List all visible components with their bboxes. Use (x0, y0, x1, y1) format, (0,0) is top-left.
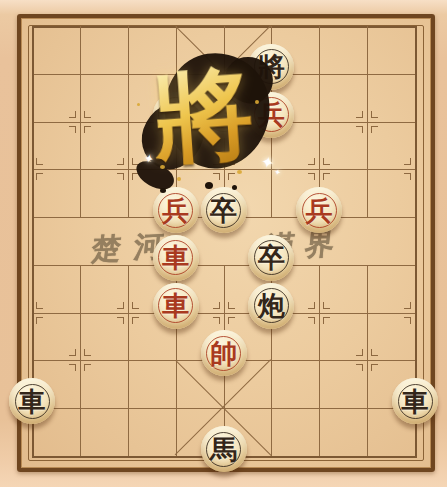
piece-glyph: 車 (19, 388, 46, 415)
board-grid[interactable] (32, 26, 415, 456)
piece-black-elephant[interactable]: 象 (201, 92, 247, 138)
piece-black-horse[interactable]: 馬 (153, 92, 199, 138)
piece-black-cannon[interactable]: 炮 (248, 283, 294, 329)
position-marker (308, 158, 330, 180)
piece-glyph: 馬 (210, 436, 237, 463)
piece-black-chariot[interactable]: 車 (392, 378, 438, 424)
piece-black-soldier[interactable]: 卒 (201, 187, 247, 233)
piece-black-chariot[interactable]: 車 (9, 378, 55, 424)
piece-glyph: 馬 (162, 101, 189, 128)
piece-black-soldier[interactable]: 卒 (248, 235, 294, 281)
position-marker (69, 349, 91, 371)
grid-line (128, 265, 129, 456)
piece-red-soldier[interactable]: 兵 (248, 92, 294, 138)
piece-glyph: 卒 (210, 197, 237, 224)
position-marker (404, 158, 426, 180)
piece-glyph: 車 (162, 292, 189, 319)
piece-red-general[interactable]: 帥 (201, 330, 247, 376)
position-marker (213, 302, 235, 324)
piece-red-soldier[interactable]: 兵 (153, 187, 199, 233)
position-marker (117, 158, 139, 180)
piece-glyph: 炮 (258, 292, 285, 319)
piece-black-general[interactable]: 將 (248, 44, 294, 90)
position-marker (308, 302, 330, 324)
piece-glyph: 兵 (162, 197, 189, 224)
grid-line (128, 26, 129, 217)
piece-glyph: 將 (258, 53, 285, 80)
piece-glyph: 兵 (258, 101, 285, 128)
xiangqi-game-screen: 楚河 漢界 將馬象兵兵卒兵車卒車炮帥車車馬 將 ✦ ✦ ✦ (0, 0, 447, 487)
grid-line (319, 265, 320, 456)
piece-black-horse[interactable]: 馬 (201, 426, 247, 472)
position-marker (117, 302, 139, 324)
position-marker (21, 158, 43, 180)
position-marker (404, 302, 426, 324)
position-marker (69, 111, 91, 133)
piece-glyph: 帥 (210, 340, 237, 367)
piece-red-chariot[interactable]: 車 (153, 235, 199, 281)
piece-glyph: 兵 (306, 197, 333, 224)
piece-red-chariot[interactable]: 車 (153, 283, 199, 329)
piece-glyph: 卒 (258, 244, 285, 271)
position-marker (21, 302, 43, 324)
position-marker (356, 349, 378, 371)
position-marker (356, 111, 378, 133)
position-marker (213, 158, 235, 180)
piece-glyph: 象 (210, 101, 237, 128)
piece-glyph: 車 (402, 388, 429, 415)
piece-glyph: 車 (162, 244, 189, 271)
